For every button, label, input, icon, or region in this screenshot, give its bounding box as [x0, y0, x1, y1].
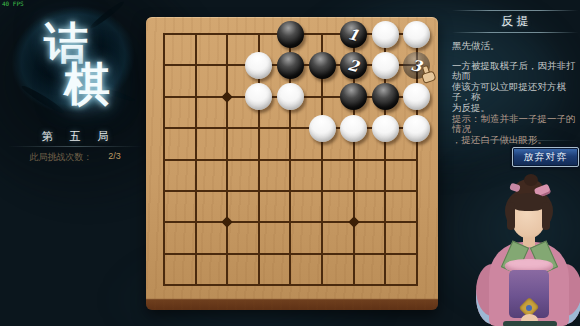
puzzle-rule-line: 使该方可以立即提还对方棋子，称 [452, 82, 578, 103]
move-number-label: 1 [337, 18, 370, 51]
puzzle-hint-line: 提示：制造并非一子提一子的情况 [452, 114, 578, 135]
grid-line [163, 221, 418, 223]
grid-line [163, 190, 418, 192]
grid-line [163, 284, 418, 286]
puzzle-info-panel: 反提 黑先做活。 一方被提取棋子后，因并非打劫而 使该方可以立即提还对方棋子，称… [452, 8, 578, 145]
title-decor-line [452, 10, 578, 11]
title-decor-line [452, 32, 578, 33]
fps-counter: 40 FPS [2, 1, 24, 7]
grid-line [163, 253, 418, 255]
left-panel: 诘 棋 第 五 局 此局挑战次数： 2/3 [0, 0, 150, 326]
black-stone [309, 52, 336, 79]
star-point [222, 217, 233, 228]
black-stone [340, 83, 367, 110]
white-stone [245, 83, 272, 110]
white-stone [372, 52, 399, 79]
black-stone [277, 21, 304, 48]
black-stone [277, 52, 304, 79]
white-stone [245, 52, 272, 79]
game-mode-title-char: 棋 [64, 54, 110, 116]
divider [8, 146, 142, 147]
attempts-value: 2/3 [108, 151, 121, 164]
white-stone [277, 83, 304, 110]
puzzle-hint-line: ，提还白子做出眼形。 [452, 135, 578, 146]
move-number-label: 2 [337, 49, 370, 82]
character-illustration [478, 180, 580, 326]
white-stone [372, 21, 399, 48]
white-stone [403, 115, 430, 142]
white-stone [403, 21, 430, 48]
star-point [222, 91, 233, 102]
white-stone [309, 115, 336, 142]
round-label: 第 五 局 [0, 129, 150, 144]
character-hair-bun [524, 174, 538, 186]
character-belt-gem [526, 305, 532, 311]
go-board[interactable]: 123 [146, 17, 438, 310]
character-hair-strand [507, 202, 515, 230]
white-stone [403, 83, 430, 110]
character-hair-strand [542, 202, 550, 230]
puzzle-goal: 黑先做活。 [452, 41, 578, 52]
black-stone [372, 83, 399, 110]
puzzle-title: 反提 [452, 13, 578, 30]
star-point [348, 217, 359, 228]
white-stone [340, 115, 367, 142]
white-stone [372, 115, 399, 142]
attempts-counter: 此局挑战次数： 2/3 [0, 151, 150, 164]
puzzle-description: 黑先做活。 一方被提取棋子后，因并非打劫而 使该方可以立即提还对方棋子，称 为反… [452, 41, 578, 145]
resign-button[interactable]: 放弃对弈 [512, 147, 579, 167]
puzzle-rule-line: 为反提。 [452, 103, 578, 114]
puzzle-rule-line: 一方被提取棋子后，因并非打劫而 [452, 61, 578, 82]
character-skirt [503, 321, 557, 326]
attempts-label: 此局挑战次数： [29, 151, 92, 164]
